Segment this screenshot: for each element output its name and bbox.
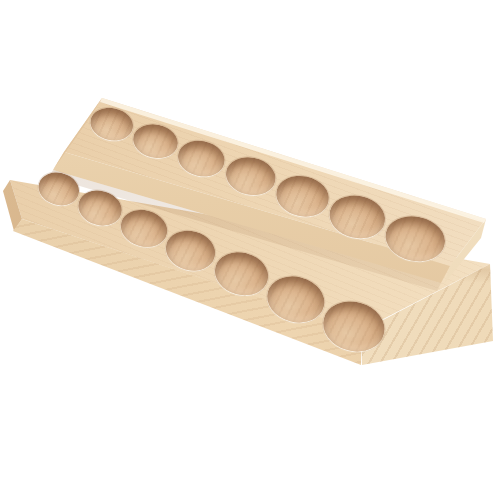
board-photo xyxy=(0,0,500,500)
pit-cavity xyxy=(175,136,229,180)
pit-cavity xyxy=(222,153,279,200)
pit-cavity xyxy=(87,104,135,144)
pit-cavity xyxy=(130,120,180,162)
